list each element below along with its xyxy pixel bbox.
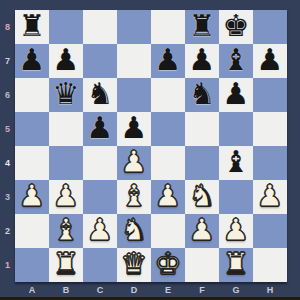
piece-b7-black-pawn[interactable]: ♟: [53, 43, 80, 77]
square-f3[interactable]: ♞: [185, 180, 219, 214]
square-b2[interactable]: ♝: [49, 214, 83, 248]
square-c7[interactable]: [83, 44, 117, 78]
piece-b1-white-rook[interactable]: ♜: [53, 247, 80, 281]
square-b3[interactable]: ♟: [49, 180, 83, 214]
square-a4[interactable]: [15, 146, 49, 180]
square-g5[interactable]: [219, 112, 253, 146]
square-b4[interactable]: [49, 146, 83, 180]
piece-e7-black-pawn[interactable]: ♟: [155, 43, 182, 77]
square-b6[interactable]: ♛: [49, 78, 83, 112]
piece-c2-white-pawn[interactable]: ♟: [87, 213, 114, 247]
rank-label-4: 4: [0, 146, 15, 180]
file-labels: ABCDEFGH: [15, 282, 287, 298]
square-f7[interactable]: ♟: [185, 44, 219, 78]
piece-c6-black-knight[interactable]: ♞: [87, 77, 114, 111]
rank-label-8: 8: [0, 10, 15, 44]
square-g4[interactable]: ♝: [219, 146, 253, 180]
square-e3[interactable]: ♟: [151, 180, 185, 214]
square-d2[interactable]: ♞: [117, 214, 151, 248]
square-a3[interactable]: ♟: [15, 180, 49, 214]
square-c4[interactable]: [83, 146, 117, 180]
piece-h7-black-pawn[interactable]: ♟: [257, 43, 284, 77]
square-a1[interactable]: [15, 248, 49, 282]
square-b1[interactable]: ♜: [49, 248, 83, 282]
piece-b6-black-queen[interactable]: ♛: [53, 77, 80, 111]
piece-g7-black-bishop[interactable]: ♝: [223, 43, 250, 77]
piece-h3-white-pawn[interactable]: ♟: [257, 179, 284, 213]
piece-e3-white-pawn[interactable]: ♟: [155, 179, 182, 213]
square-f5[interactable]: [185, 112, 219, 146]
square-d3[interactable]: ♝: [117, 180, 151, 214]
square-c3[interactable]: [83, 180, 117, 214]
square-f6[interactable]: ♞: [185, 78, 219, 112]
square-f2[interactable]: ♟: [185, 214, 219, 248]
piece-a8-black-rook[interactable]: ♜: [19, 9, 46, 43]
square-h1[interactable]: [253, 248, 287, 282]
square-d5[interactable]: ♟: [117, 112, 151, 146]
piece-b3-white-pawn[interactable]: ♟: [53, 179, 80, 213]
piece-c5-black-pawn[interactable]: ♟: [87, 111, 114, 145]
file-label-c: C: [83, 282, 117, 298]
square-d4[interactable]: ♟: [117, 146, 151, 180]
piece-g6-black-pawn[interactable]: ♟: [223, 77, 250, 111]
piece-g8-black-king[interactable]: ♚: [223, 9, 250, 43]
piece-d4-white-pawn[interactable]: ♟: [121, 145, 148, 179]
square-c8[interactable]: [83, 10, 117, 44]
rank-label-1: 1: [0, 248, 15, 282]
piece-f7-black-pawn[interactable]: ♟: [189, 43, 216, 77]
square-h5[interactable]: [253, 112, 287, 146]
rank-label-2: 2: [0, 214, 15, 248]
square-e7[interactable]: ♟: [151, 44, 185, 78]
square-e2[interactable]: [151, 214, 185, 248]
square-h8[interactable]: [253, 10, 287, 44]
square-a2[interactable]: [15, 214, 49, 248]
square-f1[interactable]: [185, 248, 219, 282]
square-g3[interactable]: [219, 180, 253, 214]
square-g8[interactable]: ♚: [219, 10, 253, 44]
square-h3[interactable]: ♟: [253, 180, 287, 214]
chess-diagram: ♜♜♚♟♟♟♟♝♟♛♞♞♟♟♟♟♝♟♟♝♟♞♟♝♟♞♟♟♜♛♚♜ 8765432…: [0, 0, 300, 300]
square-d8[interactable]: [117, 10, 151, 44]
chess-board: ♜♜♚♟♟♟♟♝♟♛♞♞♟♟♟♟♝♟♟♝♟♞♟♝♟♞♟♟♜♛♚♜: [15, 10, 287, 282]
square-g2[interactable]: ♟: [219, 214, 253, 248]
square-g6[interactable]: ♟: [219, 78, 253, 112]
square-e4[interactable]: [151, 146, 185, 180]
file-label-a: A: [15, 282, 49, 298]
piece-g1-white-rook[interactable]: ♜: [223, 247, 250, 281]
square-b7[interactable]: ♟: [49, 44, 83, 78]
square-a6[interactable]: [15, 78, 49, 112]
piece-a3-white-pawn[interactable]: ♟: [19, 179, 46, 213]
square-g1[interactable]: ♜: [219, 248, 253, 282]
piece-f2-white-pawn[interactable]: ♟: [189, 213, 216, 247]
rank-label-6: 6: [0, 78, 15, 112]
square-d1[interactable]: ♛: [117, 248, 151, 282]
square-a7[interactable]: ♟: [15, 44, 49, 78]
piece-g2-white-pawn[interactable]: ♟: [223, 213, 250, 247]
square-e8[interactable]: [151, 10, 185, 44]
rank-labels: 87654321: [0, 10, 15, 282]
square-e1[interactable]: ♚: [151, 248, 185, 282]
piece-d3-white-bishop[interactable]: ♝: [121, 179, 148, 213]
square-b8[interactable]: [49, 10, 83, 44]
square-h7[interactable]: ♟: [253, 44, 287, 78]
square-f4[interactable]: [185, 146, 219, 180]
piece-f8-black-rook[interactable]: ♜: [189, 9, 216, 43]
piece-b2-white-bishop[interactable]: ♝: [53, 213, 80, 247]
rank-label-7: 7: [0, 44, 15, 78]
square-f8[interactable]: ♜: [185, 10, 219, 44]
square-c1[interactable]: [83, 248, 117, 282]
square-d7[interactable]: [117, 44, 151, 78]
piece-d2-white-knight[interactable]: ♞: [121, 213, 148, 247]
piece-d1-white-queen[interactable]: ♛: [121, 247, 148, 281]
piece-f6-black-knight[interactable]: ♞: [189, 77, 216, 111]
piece-g4-black-bishop[interactable]: ♝: [223, 145, 250, 179]
file-label-f: F: [185, 282, 219, 298]
square-e5[interactable]: [151, 112, 185, 146]
piece-e1-white-king[interactable]: ♚: [155, 247, 182, 281]
square-c5[interactable]: ♟: [83, 112, 117, 146]
square-a8[interactable]: ♜: [15, 10, 49, 44]
square-c2[interactable]: ♟: [83, 214, 117, 248]
square-h6[interactable]: [253, 78, 287, 112]
file-label-e: E: [151, 282, 185, 298]
square-d6[interactable]: [117, 78, 151, 112]
rank-label-3: 3: [0, 180, 15, 214]
piece-f3-white-knight[interactable]: ♞: [189, 179, 216, 213]
square-a5[interactable]: [15, 112, 49, 146]
square-g7[interactable]: ♝: [219, 44, 253, 78]
square-c6[interactable]: ♞: [83, 78, 117, 112]
square-e6[interactable]: [151, 78, 185, 112]
file-label-g: G: [219, 282, 253, 298]
file-label-d: D: [117, 282, 151, 298]
file-label-h: H: [253, 282, 287, 298]
square-h2[interactable]: [253, 214, 287, 248]
piece-a7-black-pawn[interactable]: ♟: [19, 43, 46, 77]
piece-d5-black-pawn[interactable]: ♟: [121, 111, 148, 145]
file-label-b: B: [49, 282, 83, 298]
square-h4[interactable]: [253, 146, 287, 180]
square-b5[interactable]: [49, 112, 83, 146]
rank-label-5: 5: [0, 112, 15, 146]
